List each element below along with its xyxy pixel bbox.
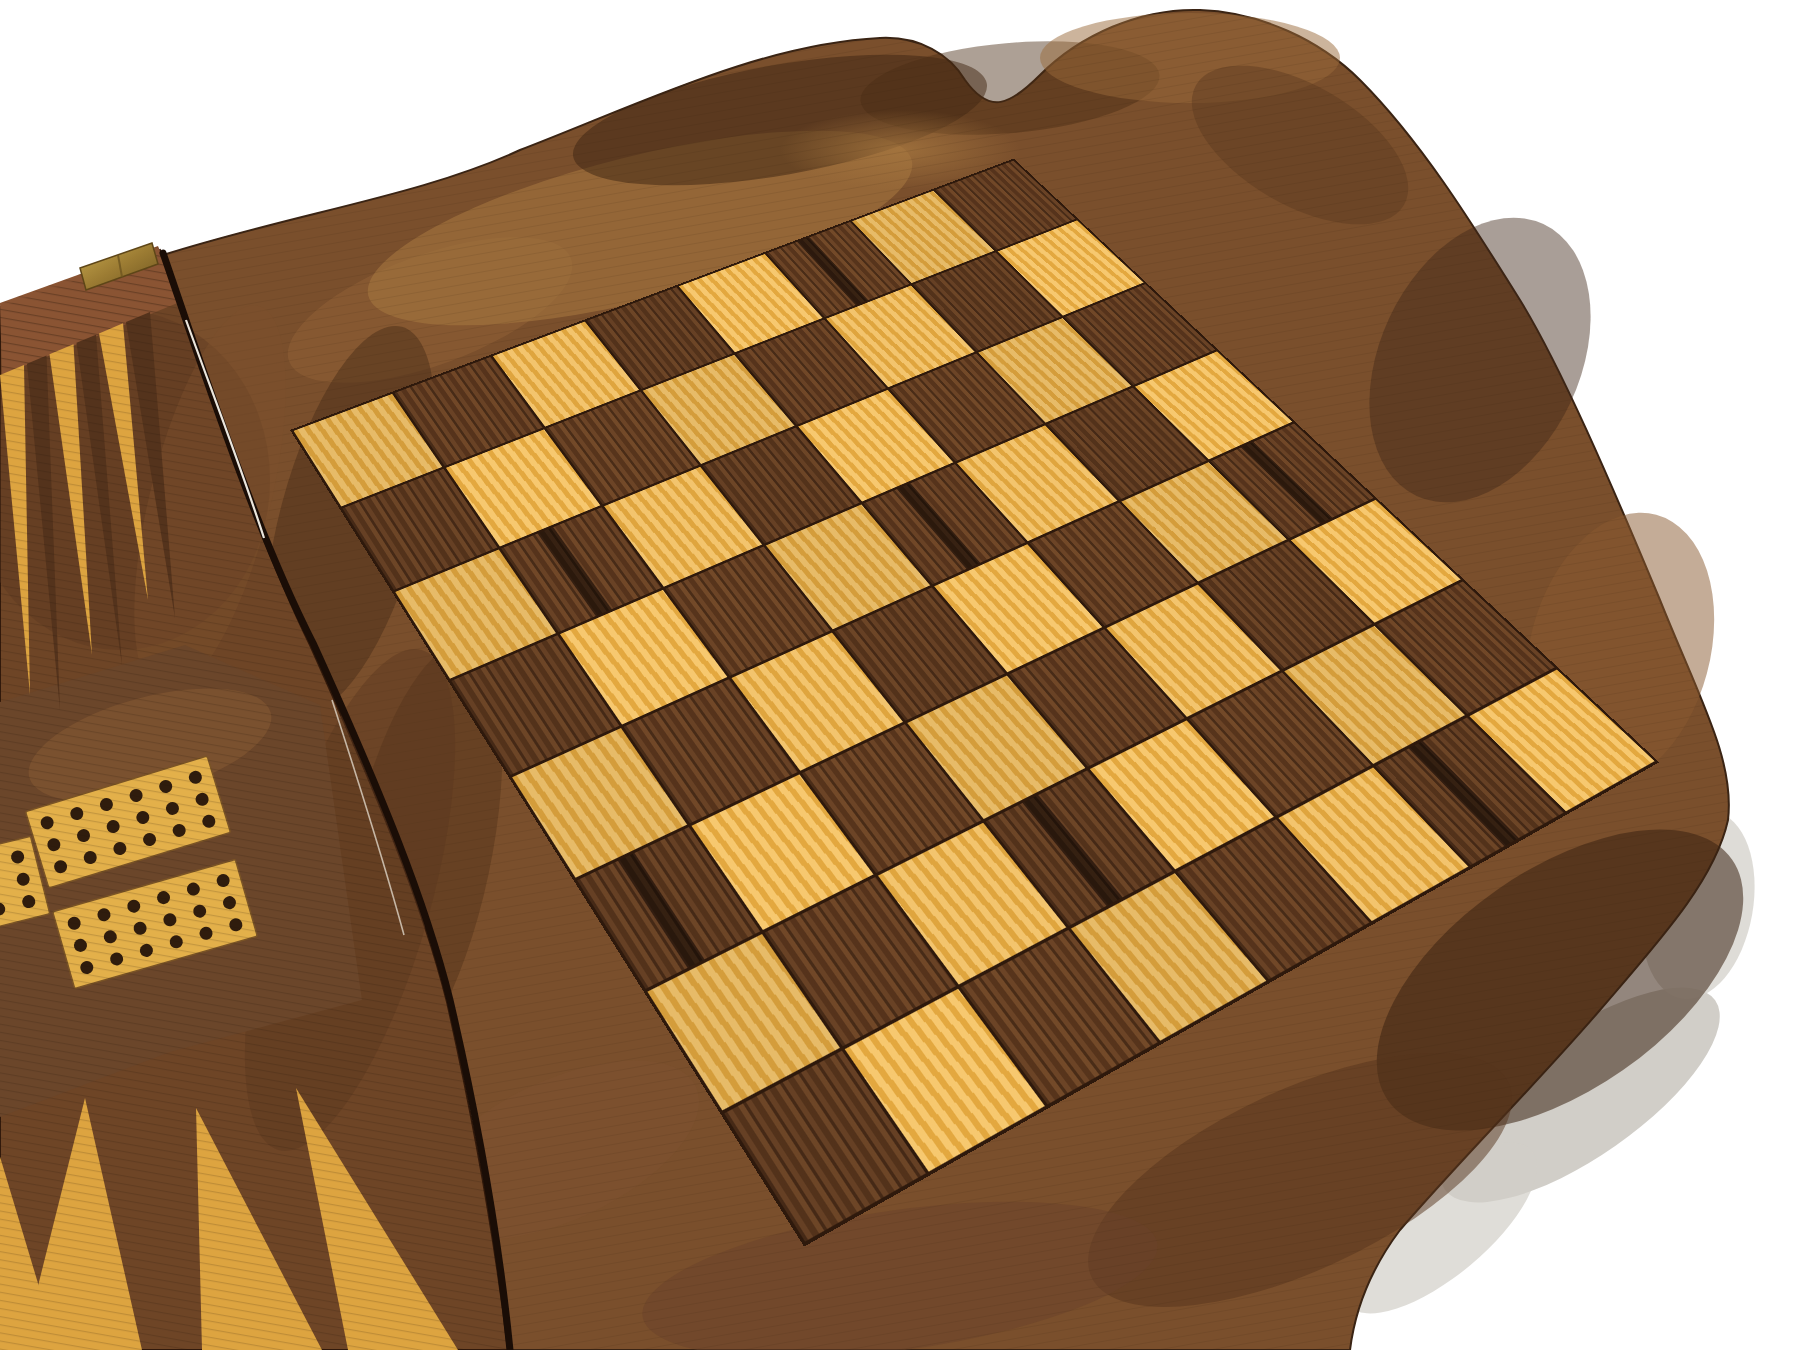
games-table-photo [0,0,1800,1350]
